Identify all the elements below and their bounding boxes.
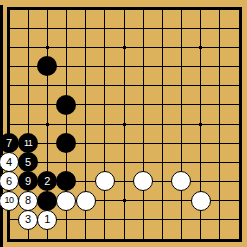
stone-white-move-6: 6 bbox=[0, 171, 19, 191]
stone-black-move-5: 5 bbox=[18, 152, 38, 172]
stone-black bbox=[37, 56, 57, 76]
stone-black bbox=[37, 191, 57, 211]
stone-white bbox=[56, 191, 76, 211]
move-number: 8 bbox=[25, 195, 31, 206]
stone-white-move-3: 3 bbox=[18, 210, 38, 230]
stone-black-move-9: 9 bbox=[18, 171, 38, 191]
move-number: 1 bbox=[44, 214, 50, 225]
stone-white-move-8: 8 bbox=[18, 191, 38, 211]
stone-black bbox=[56, 95, 76, 115]
move-number: 10 bbox=[4, 196, 13, 205]
move-number: 9 bbox=[25, 176, 31, 187]
move-number: 4 bbox=[6, 157, 12, 168]
go-diagram: 7114569210831 bbox=[0, 0, 247, 247]
stone-white bbox=[171, 171, 191, 191]
stone-white-move-10: 10 bbox=[0, 191, 19, 211]
stones-grid: 7114569210831 bbox=[0, 0, 247, 247]
stone-white bbox=[76, 191, 96, 211]
stone-black-move-2: 2 bbox=[37, 171, 57, 191]
move-number: 2 bbox=[44, 176, 50, 187]
move-number: 3 bbox=[25, 214, 31, 225]
stone-white bbox=[133, 171, 153, 191]
stone-black-move-11: 11 bbox=[18, 133, 38, 153]
stone-white bbox=[95, 171, 115, 191]
stone-black bbox=[56, 171, 76, 191]
move-number: 5 bbox=[25, 157, 31, 168]
move-number: 6 bbox=[6, 176, 12, 187]
stone-black-move-7: 7 bbox=[0, 133, 19, 153]
move-number: 11 bbox=[24, 139, 32, 148]
stone-white-move-4: 4 bbox=[0, 152, 19, 172]
stone-white bbox=[191, 191, 211, 211]
move-number: 7 bbox=[6, 138, 12, 149]
stone-white-move-1: 1 bbox=[37, 210, 57, 230]
stone-black bbox=[56, 133, 76, 153]
go-board: 7114569210831 bbox=[9, 9, 239, 239]
